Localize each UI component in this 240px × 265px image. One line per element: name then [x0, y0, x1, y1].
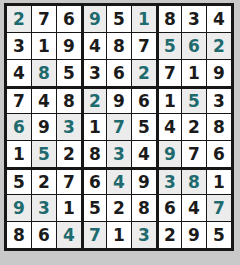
- cell-r3c3: 5: [57, 60, 81, 86]
- cell-r1c4: 9: [82, 6, 106, 32]
- cell-r1c1: 2: [7, 6, 31, 32]
- cell-r5c9: 8: [207, 114, 231, 140]
- cell-r4c3: 8: [57, 87, 81, 113]
- cell-r4c2: 4: [32, 87, 56, 113]
- cell-r6c7: 9: [157, 141, 181, 167]
- sudoku-page: 2769518343194875624853627197482961536931…: [0, 0, 240, 251]
- cell-r5c3: 3: [57, 114, 81, 140]
- sudoku-board: 2769518343194875624853627197482961536931…: [4, 3, 234, 251]
- cell-r2c1: 3: [7, 33, 31, 59]
- cell-r5c6: 5: [132, 114, 156, 140]
- cell-r7c9: 1: [207, 168, 231, 194]
- cell-r4c4: 2: [82, 87, 106, 113]
- cell-r1c6: 1: [132, 6, 156, 32]
- cell-r2c2: 1: [32, 33, 56, 59]
- cell-r1c8: 3: [182, 6, 206, 32]
- cell-r5c1: 6: [7, 114, 31, 140]
- cell-r6c3: 2: [57, 141, 81, 167]
- cell-r6c8: 7: [182, 141, 206, 167]
- cell-r8c2: 3: [32, 195, 56, 221]
- cell-r9c1: 8: [7, 222, 31, 248]
- cell-r2c9: 2: [207, 33, 231, 59]
- cell-r4c6: 6: [132, 87, 156, 113]
- cell-r8c7: 6: [157, 195, 181, 221]
- cell-r3c5: 6: [107, 60, 131, 86]
- cell-r8c3: 1: [57, 195, 81, 221]
- cell-r7c6: 9: [132, 168, 156, 194]
- cell-r8c9: 7: [207, 195, 231, 221]
- cell-r7c8: 8: [182, 168, 206, 194]
- cell-r6c1: 1: [7, 141, 31, 167]
- cell-r6c2: 5: [32, 141, 56, 167]
- cell-r4c8: 5: [182, 87, 206, 113]
- cell-r7c1: 5: [7, 168, 31, 194]
- cell-r5c7: 4: [157, 114, 181, 140]
- cell-r2c4: 4: [82, 33, 106, 59]
- cell-r9c7: 2: [157, 222, 181, 248]
- cell-r3c7: 7: [157, 60, 181, 86]
- cell-r3c9: 9: [207, 60, 231, 86]
- cell-r1c5: 5: [107, 6, 131, 32]
- cell-r1c3: 6: [57, 6, 81, 32]
- cell-r9c3: 4: [57, 222, 81, 248]
- cell-r6c9: 6: [207, 141, 231, 167]
- cell-r7c5: 4: [107, 168, 131, 194]
- cell-r5c8: 2: [182, 114, 206, 140]
- cell-r7c7: 3: [157, 168, 181, 194]
- cell-r7c4: 6: [82, 168, 106, 194]
- cell-r9c8: 9: [182, 222, 206, 248]
- cell-r9c2: 6: [32, 222, 56, 248]
- cell-r6c5: 3: [107, 141, 131, 167]
- cell-r8c5: 2: [107, 195, 131, 221]
- cell-r3c2: 8: [32, 60, 56, 86]
- cell-r2c6: 7: [132, 33, 156, 59]
- cell-r9c9: 5: [207, 222, 231, 248]
- cell-r3c4: 3: [82, 60, 106, 86]
- cell-r4c7: 1: [157, 87, 181, 113]
- cell-r3c8: 1: [182, 60, 206, 86]
- cell-r1c7: 8: [157, 6, 181, 32]
- cell-r2c8: 6: [182, 33, 206, 59]
- cell-r9c4: 7: [82, 222, 106, 248]
- cell-r2c3: 9: [57, 33, 81, 59]
- cell-r4c9: 3: [207, 87, 231, 113]
- cell-r9c5: 1: [107, 222, 131, 248]
- cell-r3c6: 2: [132, 60, 156, 86]
- cell-r6c6: 4: [132, 141, 156, 167]
- cell-r1c2: 7: [32, 6, 56, 32]
- cell-r1c9: 4: [207, 6, 231, 32]
- cell-r6c4: 8: [82, 141, 106, 167]
- cell-r2c7: 5: [157, 33, 181, 59]
- cell-r8c8: 4: [182, 195, 206, 221]
- cell-r8c1: 9: [7, 195, 31, 221]
- cell-r4c5: 9: [107, 87, 131, 113]
- cell-r5c5: 7: [107, 114, 131, 140]
- cell-r4c1: 7: [7, 87, 31, 113]
- cell-r8c4: 5: [82, 195, 106, 221]
- cell-r7c2: 2: [32, 168, 56, 194]
- cell-r9c6: 3: [132, 222, 156, 248]
- cell-r5c2: 9: [32, 114, 56, 140]
- cell-r3c1: 4: [7, 60, 31, 86]
- cell-r2c5: 8: [107, 33, 131, 59]
- cell-r8c6: 8: [132, 195, 156, 221]
- cell-r7c3: 7: [57, 168, 81, 194]
- cell-r5c4: 1: [82, 114, 106, 140]
